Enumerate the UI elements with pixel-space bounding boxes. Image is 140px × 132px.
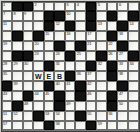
white-cell[interactable] xyxy=(2,101,13,111)
black-cell xyxy=(107,91,118,101)
white-cell[interactable] xyxy=(96,101,107,111)
clue-number: 48 xyxy=(24,102,28,106)
clue-number: 12 xyxy=(56,22,60,26)
filled-letter: E xyxy=(45,72,54,80)
white-cell[interactable] xyxy=(23,81,34,91)
black-cell xyxy=(54,41,65,51)
clue-number: 42 xyxy=(87,82,91,86)
black-cell xyxy=(86,21,97,31)
white-cell[interactable] xyxy=(33,11,44,21)
white-cell[interactable] xyxy=(128,71,139,81)
black-cell xyxy=(75,41,86,51)
white-cell[interactable]: 4 xyxy=(75,2,86,12)
white-cell[interactable] xyxy=(12,91,23,101)
clue-number: 30 xyxy=(24,62,28,66)
clue-number: 39 xyxy=(14,82,18,86)
black-cell xyxy=(2,81,13,91)
black-cell xyxy=(128,51,139,61)
white-cell[interactable]: 7 xyxy=(2,11,13,21)
white-cell[interactable]: 52 xyxy=(12,111,23,121)
clue-number: 10 xyxy=(66,12,70,16)
white-cell[interactable] xyxy=(23,41,34,51)
black-cell xyxy=(23,2,34,12)
black-cell xyxy=(65,51,76,61)
white-cell[interactable] xyxy=(44,51,55,61)
white-cell[interactable] xyxy=(23,111,34,121)
white-cell[interactable] xyxy=(75,121,86,131)
white-cell[interactable] xyxy=(96,81,107,91)
black-cell xyxy=(65,71,76,81)
clue-number: 28 xyxy=(3,62,7,66)
clue-number: 22 xyxy=(108,42,112,46)
black-cell xyxy=(12,51,23,61)
clue-number: 11 xyxy=(3,22,7,26)
clue-number: 17 xyxy=(87,32,91,36)
clue-number: 40 xyxy=(56,82,60,86)
white-cell[interactable]: 57 xyxy=(2,121,13,131)
clue-number: 38 xyxy=(119,72,123,76)
white-cell[interactable]: 23 xyxy=(33,51,44,61)
white-cell[interactable]: 49 xyxy=(65,101,76,111)
white-cell[interactable]: 3 xyxy=(65,2,76,12)
white-cell[interactable] xyxy=(65,61,76,71)
black-cell xyxy=(75,111,86,121)
white-cell[interactable]: W xyxy=(33,71,44,81)
clue-number: 50 xyxy=(119,102,123,106)
white-cell[interactable] xyxy=(128,31,139,41)
white-cell[interactable]: 47 xyxy=(117,91,128,101)
clue-number: 16 xyxy=(66,32,70,36)
white-cell[interactable]: 28 xyxy=(2,61,13,71)
white-cell[interactable] xyxy=(96,111,107,121)
clue-number: 46 xyxy=(87,92,91,96)
clue-number: 56 xyxy=(108,112,112,116)
clue-number: 55 xyxy=(87,112,91,116)
white-cell[interactable] xyxy=(33,21,44,31)
white-cell[interactable] xyxy=(96,31,107,41)
white-cell[interactable] xyxy=(65,41,76,51)
black-cell xyxy=(117,81,128,91)
clue-number: 41 xyxy=(66,82,70,86)
clue-number: 58 xyxy=(56,122,60,126)
white-cell[interactable]: 45 xyxy=(44,91,55,101)
black-cell xyxy=(23,51,34,61)
white-cell[interactable]: 31 xyxy=(54,61,65,71)
white-cell[interactable]: B xyxy=(54,71,65,81)
white-cell[interactable] xyxy=(12,121,23,131)
clue-number: 6 xyxy=(119,3,121,7)
black-cell xyxy=(75,81,86,91)
black-cell xyxy=(75,91,86,101)
black-cell xyxy=(33,111,44,121)
white-cell[interactable]: 50 xyxy=(117,101,128,111)
white-cell[interactable]: 42 xyxy=(86,81,97,91)
crossword-board-background: 1234567891011121314151617181920212223242… xyxy=(0,0,140,132)
white-cell[interactable]: 22 xyxy=(107,41,118,51)
white-cell[interactable] xyxy=(75,61,86,71)
clue-number: 33 xyxy=(119,62,123,66)
white-cell[interactable] xyxy=(107,81,118,91)
white-cell[interactable] xyxy=(96,91,107,101)
white-cell[interactable] xyxy=(86,51,97,61)
white-cell[interactable]: 26 xyxy=(107,51,118,61)
white-cell[interactable] xyxy=(117,11,128,21)
white-cell[interactable] xyxy=(23,21,34,31)
white-cell[interactable]: 53 xyxy=(44,111,55,121)
white-cell[interactable]: 1 xyxy=(2,2,13,12)
clue-number: 14 xyxy=(129,22,133,26)
white-cell[interactable] xyxy=(23,31,34,41)
white-cell[interactable]: 43 xyxy=(2,91,13,101)
white-cell[interactable]: 5 xyxy=(96,2,107,12)
black-cell xyxy=(128,11,139,21)
white-cell[interactable]: 40 xyxy=(54,81,65,91)
white-cell[interactable]: 9 xyxy=(23,11,34,21)
white-cell[interactable] xyxy=(33,101,44,111)
white-cell[interactable] xyxy=(33,81,44,91)
clue-number: 1 xyxy=(3,3,5,7)
clue-number: 35 xyxy=(3,72,7,76)
white-cell[interactable]: 34 xyxy=(128,61,139,71)
clue-number: 59 xyxy=(98,122,102,126)
clue-number: 9 xyxy=(24,12,26,16)
white-cell[interactable]: 25 xyxy=(75,51,86,61)
black-cell xyxy=(107,11,118,21)
clue-number: 54 xyxy=(56,112,60,116)
white-cell[interactable] xyxy=(44,41,55,51)
black-cell xyxy=(107,71,118,81)
white-cell[interactable]: 20 xyxy=(33,41,44,51)
black-cell xyxy=(117,41,128,51)
filled-letter: W xyxy=(34,72,43,80)
black-cell xyxy=(44,11,55,21)
white-cell[interactable]: 29 xyxy=(12,61,23,71)
white-cell[interactable] xyxy=(2,51,13,61)
white-cell[interactable] xyxy=(128,2,139,12)
white-cell[interactable]: 24 xyxy=(54,51,65,61)
white-cell[interactable] xyxy=(54,2,65,12)
white-cell[interactable]: 21 xyxy=(86,41,97,51)
white-cell[interactable] xyxy=(75,31,86,41)
clue-number: 27 xyxy=(119,52,123,56)
white-cell[interactable]: 10 xyxy=(65,11,76,21)
black-cell xyxy=(33,31,44,41)
white-cell[interactable] xyxy=(86,101,97,111)
white-cell[interactable]: 30 xyxy=(23,61,34,71)
black-cell xyxy=(54,91,65,101)
black-cell xyxy=(65,21,76,31)
black-cell xyxy=(23,91,34,101)
white-cell[interactable] xyxy=(96,11,107,21)
white-cell[interactable] xyxy=(12,71,23,81)
white-cell[interactable] xyxy=(12,41,23,51)
white-cell[interactable]: 33 xyxy=(117,61,128,71)
black-cell xyxy=(86,121,97,131)
black-cell xyxy=(54,11,65,21)
clue-number: 49 xyxy=(66,102,70,106)
black-cell xyxy=(86,2,97,12)
black-cell xyxy=(86,61,97,71)
white-cell[interactable] xyxy=(117,111,128,121)
white-cell[interactable]: 32 xyxy=(96,61,107,71)
clue-number: 31 xyxy=(56,62,60,66)
black-cell xyxy=(107,61,118,71)
white-cell[interactable] xyxy=(117,121,128,131)
white-cell[interactable] xyxy=(107,2,118,12)
white-cell[interactable] xyxy=(23,71,34,81)
clue-number: 52 xyxy=(14,112,18,116)
white-cell[interactable]: 6 xyxy=(117,2,128,12)
white-cell[interactable] xyxy=(96,41,107,51)
black-cell xyxy=(54,101,65,111)
white-cell[interactable]: 8 xyxy=(12,11,23,21)
white-cell[interactable] xyxy=(107,121,118,131)
clue-number: 18 xyxy=(119,32,123,36)
white-cell[interactable] xyxy=(75,101,86,111)
white-cell[interactable] xyxy=(96,71,107,81)
clue-number: 37 xyxy=(87,72,91,76)
white-cell[interactable]: 55 xyxy=(86,111,97,121)
white-cell[interactable] xyxy=(44,101,55,111)
black-cell xyxy=(44,61,55,71)
white-cell[interactable] xyxy=(107,21,118,31)
black-cell xyxy=(107,31,118,41)
clue-number: 57 xyxy=(3,122,7,126)
crossword-grid: 1234567891011121314151617181920212223242… xyxy=(1,1,140,132)
white-cell[interactable] xyxy=(128,111,139,121)
white-cell[interactable] xyxy=(33,121,44,131)
white-cell[interactable]: 35 xyxy=(2,71,13,81)
clue-number: 24 xyxy=(56,52,60,56)
clue-number: 7 xyxy=(3,12,5,16)
white-cell[interactable]: 48 xyxy=(23,101,34,111)
black-cell xyxy=(117,21,128,31)
white-cell[interactable] xyxy=(44,2,55,12)
white-cell[interactable]: 51 xyxy=(2,111,13,121)
white-cell[interactable] xyxy=(128,81,139,91)
clue-number: 32 xyxy=(98,62,102,66)
clue-number: 20 xyxy=(35,42,39,46)
white-cell[interactable]: 38 xyxy=(117,71,128,81)
clue-number: 3 xyxy=(66,3,68,7)
white-cell[interactable]: 41 xyxy=(65,81,76,91)
white-cell[interactable]: 11 xyxy=(2,21,13,31)
clue-number: 8 xyxy=(14,12,16,16)
clue-number: 29 xyxy=(14,62,18,66)
clue-number: 5 xyxy=(98,3,100,7)
white-cell[interactable]: 36 xyxy=(75,71,86,81)
clue-number: 45 xyxy=(45,92,49,96)
clue-number: 53 xyxy=(45,112,49,116)
white-cell[interactable]: 37 xyxy=(86,71,97,81)
clue-number: 47 xyxy=(119,92,123,96)
black-cell xyxy=(12,101,23,111)
clue-number: 23 xyxy=(35,52,39,56)
white-cell[interactable]: 12 xyxy=(54,21,65,31)
white-cell[interactable]: 15 xyxy=(44,31,55,41)
clue-number: 51 xyxy=(3,112,7,116)
clue-number: 43 xyxy=(3,92,7,96)
clue-number: 25 xyxy=(77,52,81,56)
clue-number: 4 xyxy=(77,3,79,7)
white-cell[interactable]: E xyxy=(44,71,55,81)
white-cell[interactable]: 27 xyxy=(117,51,128,61)
clue-number: 19 xyxy=(3,42,7,46)
clue-number: 34 xyxy=(129,62,133,66)
white-cell[interactable] xyxy=(128,101,139,111)
black-cell xyxy=(12,31,23,41)
black-cell xyxy=(12,2,23,12)
clue-number: 21 xyxy=(87,42,91,46)
white-cell[interactable] xyxy=(128,121,139,131)
clue-number: 26 xyxy=(108,52,112,56)
white-cell[interactable] xyxy=(54,31,65,41)
white-cell[interactable]: 59 xyxy=(96,121,107,131)
white-cell[interactable]: 54 xyxy=(54,111,65,121)
white-cell[interactable] xyxy=(12,21,23,31)
black-cell xyxy=(86,11,97,21)
white-cell[interactable] xyxy=(128,41,139,51)
clue-number: 44 xyxy=(35,92,39,96)
black-cell xyxy=(44,81,55,91)
white-cell[interactable] xyxy=(128,91,139,101)
white-cell[interactable] xyxy=(65,111,76,121)
black-cell xyxy=(96,51,107,61)
white-cell[interactable]: 17 xyxy=(86,31,97,41)
clue-number: 2 xyxy=(35,3,37,7)
filled-letter: B xyxy=(55,72,64,80)
white-cell[interactable]: 56 xyxy=(107,111,118,121)
white-cell[interactable]: 18 xyxy=(117,31,128,41)
white-cell[interactable]: 13 xyxy=(96,21,107,31)
clue-number: 13 xyxy=(98,22,102,26)
white-cell[interactable]: 2 xyxy=(33,2,44,12)
white-cell[interactable] xyxy=(65,121,76,131)
white-cell[interactable]: 16 xyxy=(65,31,76,41)
clue-number: 36 xyxy=(77,72,81,76)
white-cell[interactable] xyxy=(2,31,13,41)
white-cell[interactable]: 44 xyxy=(33,91,44,101)
white-cell[interactable]: 19 xyxy=(2,41,13,51)
white-cell[interactable] xyxy=(23,121,34,131)
white-cell[interactable] xyxy=(65,91,76,101)
white-cell[interactable] xyxy=(75,21,86,31)
white-cell[interactable] xyxy=(75,11,86,21)
black-cell xyxy=(44,121,55,131)
black-cell xyxy=(44,21,55,31)
black-cell xyxy=(107,101,118,111)
white-cell[interactable]: 14 xyxy=(128,21,139,31)
white-cell[interactable] xyxy=(33,61,44,71)
white-cell[interactable]: 46 xyxy=(86,91,97,101)
white-cell[interactable]: 58 xyxy=(54,121,65,131)
white-cell[interactable]: 39 xyxy=(12,81,23,91)
clue-number: 15 xyxy=(45,32,49,36)
